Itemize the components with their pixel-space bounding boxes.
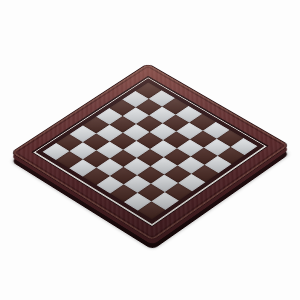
chess-board: [10, 63, 290, 241]
photo-background: [0, 0, 300, 300]
board-top-face: [10, 63, 290, 241]
